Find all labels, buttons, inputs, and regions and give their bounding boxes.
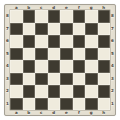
square-f6[interactable] [73, 35, 86, 48]
rank-label-3: 3 [110, 73, 115, 86]
square-f3[interactable] [73, 73, 86, 86]
square-f4[interactable] [73, 60, 86, 73]
square-e3[interactable] [60, 73, 73, 86]
square-g8[interactable] [85, 10, 98, 23]
rank-label-2: 2 [110, 85, 115, 98]
square-d4[interactable] [48, 60, 61, 73]
square-b2[interactable] [23, 85, 36, 98]
square-b6[interactable] [23, 35, 36, 48]
square-a3[interactable] [10, 73, 23, 86]
square-d3[interactable] [48, 73, 61, 86]
square-b5[interactable] [23, 48, 36, 61]
square-b4[interactable] [23, 60, 36, 73]
file-label-d: d [48, 110, 61, 115]
square-g2[interactable] [85, 85, 98, 98]
file-label-g: g [85, 110, 98, 115]
square-h2[interactable] [98, 85, 111, 98]
rank-label-4: 4 [110, 60, 115, 73]
square-e2[interactable] [60, 85, 73, 98]
square-c2[interactable] [35, 85, 48, 98]
square-h5[interactable] [98, 48, 111, 61]
square-e8[interactable] [60, 10, 73, 23]
file-label-h: h [98, 110, 111, 115]
square-d6[interactable] [48, 35, 61, 48]
square-g7[interactable] [85, 23, 98, 36]
square-f2[interactable] [73, 85, 86, 98]
square-h4[interactable] [98, 60, 111, 73]
square-a4[interactable] [10, 60, 23, 73]
square-b3[interactable] [23, 73, 36, 86]
square-b1[interactable] [23, 98, 36, 111]
file-label-a: a [10, 110, 23, 115]
square-e7[interactable] [60, 23, 73, 36]
square-c1[interactable] [35, 98, 48, 111]
square-a2[interactable] [10, 85, 23, 98]
file-labels-bottom: abcdefgh [10, 110, 110, 115]
square-c4[interactable] [35, 60, 48, 73]
square-a7[interactable] [10, 23, 23, 36]
square-b8[interactable] [23, 10, 36, 23]
square-c5[interactable] [35, 48, 48, 61]
square-d1[interactable] [48, 98, 61, 111]
square-b7[interactable] [23, 23, 36, 36]
square-h1[interactable] [98, 98, 111, 111]
square-h7[interactable] [98, 23, 111, 36]
square-a6[interactable] [10, 35, 23, 48]
square-d7[interactable] [48, 23, 61, 36]
square-g4[interactable] [85, 60, 98, 73]
square-f5[interactable] [73, 48, 86, 61]
square-h8[interactable] [98, 10, 111, 23]
square-d2[interactable] [48, 85, 61, 98]
rank-labels-right: 87654321 [110, 10, 115, 110]
square-f1[interactable] [73, 98, 86, 111]
square-e6[interactable] [60, 35, 73, 48]
rank-label-7: 7 [110, 23, 115, 36]
chess-board-mat: abcdefgh abcdefgh 87654321 87654321 [4, 4, 116, 116]
square-g1[interactable] [85, 98, 98, 111]
square-d8[interactable] [48, 10, 61, 23]
square-e5[interactable] [60, 48, 73, 61]
square-c6[interactable] [35, 35, 48, 48]
square-g5[interactable] [85, 48, 98, 61]
board-grid [10, 10, 110, 110]
square-g6[interactable] [85, 35, 98, 48]
square-a8[interactable] [10, 10, 23, 23]
square-c3[interactable] [35, 73, 48, 86]
square-c7[interactable] [35, 23, 48, 36]
rank-label-5: 5 [110, 48, 115, 61]
square-h6[interactable] [98, 35, 111, 48]
square-e1[interactable] [60, 98, 73, 111]
square-f7[interactable] [73, 23, 86, 36]
file-label-c: c [35, 110, 48, 115]
square-g3[interactable] [85, 73, 98, 86]
square-h3[interactable] [98, 73, 111, 86]
square-f8[interactable] [73, 10, 86, 23]
square-a1[interactable] [10, 98, 23, 111]
square-d5[interactable] [48, 48, 61, 61]
square-e4[interactable] [60, 60, 73, 73]
rank-label-8: 8 [110, 10, 115, 23]
square-a5[interactable] [10, 48, 23, 61]
file-label-f: f [73, 110, 86, 115]
rank-label-6: 6 [110, 35, 115, 48]
file-label-b: b [23, 110, 36, 115]
file-label-e: e [60, 110, 73, 115]
square-c8[interactable] [35, 10, 48, 23]
rank-label-1: 1 [110, 98, 115, 111]
